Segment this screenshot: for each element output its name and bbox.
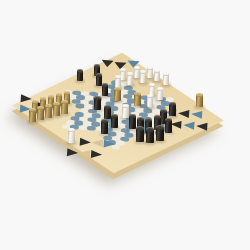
peg-top (32, 100, 38, 104)
peg-top (96, 73, 102, 77)
peg-top (146, 127, 154, 132)
peg-top (145, 118, 152, 122)
peg-top (40, 97, 46, 101)
peg-top (137, 117, 144, 121)
peg-top (48, 95, 54, 99)
peg-top (120, 68, 126, 72)
peg-top (140, 70, 146, 74)
peg-top (154, 69, 160, 73)
peg-top (61, 100, 68, 104)
peg-top (160, 109, 167, 113)
peg-top (122, 104, 129, 108)
peg-top (134, 92, 141, 96)
peg-top (134, 66, 140, 70)
peg-top (169, 102, 176, 106)
peg-top (94, 64, 100, 68)
peg-top (163, 72, 169, 76)
peg-top (147, 94, 153, 98)
peg-top (104, 105, 111, 109)
peg-top (37, 106, 44, 110)
peg-top (29, 108, 36, 112)
peg-top (136, 126, 144, 131)
peg-top (68, 128, 75, 132)
peg-top (147, 66, 153, 70)
peg-top (56, 93, 62, 97)
peg-top (64, 91, 70, 95)
peg-top (127, 72, 133, 76)
peg-top (129, 114, 136, 118)
peg-top (149, 83, 155, 87)
peg-top (165, 118, 172, 122)
peg-top (115, 75, 121, 79)
peg-top (157, 87, 163, 91)
product-photo[interactable] (0, 0, 250, 250)
peg-top (94, 96, 101, 100)
peg-top (102, 83, 108, 87)
peg-top (114, 87, 121, 91)
peg-top (53, 102, 60, 106)
peg-top (196, 93, 203, 97)
peg-top (111, 114, 118, 118)
peg-top (101, 119, 108, 123)
pegs-layer (0, 0, 250, 250)
peg-top (154, 115, 161, 119)
peg-top (77, 69, 83, 73)
peg-top (45, 104, 52, 108)
peg-top (156, 125, 164, 130)
